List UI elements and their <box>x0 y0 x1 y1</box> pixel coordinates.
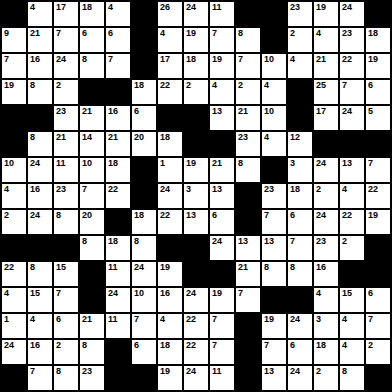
cell-r11c5[interactable]: 10 <box>132 288 156 312</box>
cell-number: 7 <box>264 340 269 351</box>
cell-r0c4[interactable]: 4 <box>106 2 130 26</box>
cell-number: 23 <box>290 2 300 13</box>
cell-r11c8[interactable]: 19 <box>210 288 234 312</box>
cell-number: 6 <box>368 80 373 91</box>
cell-number: 25 <box>316 80 326 91</box>
cell-number: 20 <box>82 210 92 221</box>
cell-r3c13[interactable]: 7 <box>340 80 364 104</box>
cell-number: 7 <box>212 340 217 351</box>
cell-r8c14[interactable]: 19 <box>366 210 390 234</box>
cell-r12c2[interactable]: 6 <box>54 314 78 338</box>
cell-r6c0[interactable]: 10 <box>2 158 26 182</box>
cell-number: 24 <box>108 288 118 299</box>
cell-r6c7[interactable]: 19 <box>184 158 208 182</box>
cell-r9c8[interactable]: 24 <box>210 236 234 260</box>
cell-number: 16 <box>30 54 40 65</box>
cell-r7c14[interactable]: 22 <box>366 184 390 208</box>
cell-r0c1[interactable]: 4 <box>28 2 52 26</box>
cell-r2c14[interactable]: 19 <box>366 54 390 78</box>
cell-number: 18 <box>134 210 144 221</box>
cell-r14c11[interactable]: 24 <box>288 366 312 390</box>
cell-r14c10[interactable]: 13 <box>262 366 286 390</box>
cell-r0c3[interactable]: 18 <box>80 2 104 26</box>
cell-r5c9[interactable]: 23 <box>236 132 260 156</box>
block-cell-r13c9 <box>236 340 260 364</box>
cell-r12c4[interactable]: 11 <box>106 314 130 338</box>
cell-number: 6 <box>368 288 373 299</box>
block-cell-r10c13 <box>340 262 364 286</box>
cell-number: 7 <box>368 314 373 325</box>
cell-r12c3[interactable]: 21 <box>80 314 104 338</box>
cell-r12c13[interactable]: 4 <box>340 314 364 338</box>
cell-number: 4 <box>342 340 347 351</box>
cell-r3c14[interactable]: 6 <box>366 80 390 104</box>
cell-r11c13[interactable]: 15 <box>340 288 364 312</box>
cell-r11c1[interactable]: 15 <box>28 288 52 312</box>
cell-number: 8 <box>82 340 87 351</box>
cell-number: 8 <box>56 210 61 221</box>
cell-r1c9[interactable]: 8 <box>236 28 260 52</box>
cell-r12c5[interactable]: 7 <box>132 314 156 338</box>
cell-number: 13 <box>264 366 274 377</box>
cell-number: 23 <box>82 366 92 377</box>
cell-r2c7[interactable]: 18 <box>184 54 208 78</box>
cell-number: 7 <box>212 28 217 39</box>
cell-r13c13[interactable]: 4 <box>340 340 364 364</box>
cell-number: 2 <box>56 340 61 351</box>
cell-r3c6[interactable]: 22 <box>158 80 182 104</box>
block-cell-r10c8 <box>210 262 234 286</box>
cell-r10c10[interactable]: 8 <box>262 262 286 286</box>
cell-number: 22 <box>342 210 352 221</box>
cell-number: 4 <box>342 184 347 195</box>
cell-number: 21 <box>30 28 40 39</box>
cell-number: 24 <box>160 184 170 195</box>
cell-r0c7[interactable]: 24 <box>184 2 208 26</box>
cell-number: 7 <box>264 210 269 221</box>
cell-r4c13[interactable]: 24 <box>340 106 364 130</box>
cell-r6c3[interactable]: 10 <box>80 158 104 182</box>
cell-number: 3 <box>186 184 191 195</box>
cell-number: 7 <box>342 80 347 91</box>
cell-r10c11[interactable]: 8 <box>288 262 312 286</box>
cell-r14c13[interactable]: 8 <box>340 366 364 390</box>
cell-r1c2[interactable]: 7 <box>54 28 78 52</box>
cell-number: 7 <box>108 54 113 65</box>
cell-number: 4 <box>160 28 165 39</box>
cell-r14c6[interactable]: 19 <box>158 366 182 390</box>
cell-number: 23 <box>342 28 352 39</box>
cell-number: 13 <box>342 158 352 169</box>
cell-r9c11[interactable]: 7 <box>288 236 312 260</box>
cell-number: 12 <box>290 132 300 143</box>
cell-r8c1[interactable]: 24 <box>28 210 52 234</box>
cell-number: 8 <box>264 262 269 273</box>
cell-r2c2[interactable]: 24 <box>54 54 78 78</box>
cell-r10c0[interactable]: 22 <box>2 262 26 286</box>
cell-r2c1[interactable]: 16 <box>28 54 52 78</box>
cell-number: 24 <box>134 262 144 273</box>
cell-r3c10[interactable]: 4 <box>262 80 286 104</box>
cell-number: 15 <box>342 288 352 299</box>
cell-r1c8[interactable]: 7 <box>210 28 234 52</box>
cell-number: 2 <box>56 80 61 91</box>
cell-number: 19 <box>186 28 196 39</box>
cell-number: 19 <box>4 80 14 91</box>
cell-number: 4 <box>30 314 35 325</box>
cell-number: 4 <box>4 288 9 299</box>
block-cell-r7c5 <box>132 184 156 208</box>
cell-r8c10[interactable]: 7 <box>262 210 286 234</box>
cell-r1c7[interactable]: 19 <box>184 28 208 52</box>
cell-r13c0[interactable]: 24 <box>2 340 26 364</box>
cell-number: 7 <box>290 236 295 247</box>
cell-number: 26 <box>160 2 170 13</box>
cell-r12c7[interactable]: 22 <box>184 314 208 338</box>
cell-r12c1[interactable]: 4 <box>28 314 52 338</box>
block-cell-r9c1 <box>28 236 52 260</box>
cell-r2c13[interactable]: 22 <box>340 54 364 78</box>
cell-number: 8 <box>342 366 347 377</box>
cell-number: 2 <box>186 80 191 91</box>
cell-r2c9[interactable]: 7 <box>236 54 260 78</box>
cell-r5c3[interactable]: 14 <box>80 132 104 156</box>
cell-r5c6[interactable]: 18 <box>158 132 182 156</box>
block-cell-r11c11 <box>288 288 312 312</box>
cell-r10c2[interactable]: 15 <box>54 262 78 286</box>
block-cell-r5c8 <box>210 132 234 156</box>
cell-number: 16 <box>30 184 40 195</box>
cell-r13c10[interactable]: 7 <box>262 340 286 364</box>
cell-number: 6 <box>212 210 217 221</box>
cell-number: 8 <box>238 158 243 169</box>
cell-number: 18 <box>290 184 300 195</box>
cell-number: 19 <box>160 366 170 377</box>
cell-number: 23 <box>56 106 66 117</box>
cell-r2c10[interactable]: 10 <box>262 54 286 78</box>
cell-r0c8[interactable]: 11 <box>210 2 234 26</box>
cell-number: 7 <box>134 314 139 325</box>
block-cell-r5c0 <box>2 132 26 156</box>
cell-r7c8[interactable]: 13 <box>210 184 234 208</box>
cell-r3c1[interactable]: 8 <box>28 80 52 104</box>
cell-r4c5[interactable]: 6 <box>132 106 156 130</box>
cell-r7c0[interactable]: 4 <box>2 184 26 208</box>
cell-r2c8[interactable]: 19 <box>210 54 234 78</box>
block-cell-r11c10 <box>262 288 286 312</box>
cell-r7c11[interactable]: 18 <box>288 184 312 208</box>
cell-number: 7 <box>238 288 243 299</box>
cell-r2c6[interactable]: 17 <box>158 54 182 78</box>
cell-r8c11[interactable]: 6 <box>288 210 312 234</box>
cell-r3c8[interactable]: 4 <box>210 80 234 104</box>
cell-r10c5[interactable]: 24 <box>132 262 156 286</box>
cell-r1c1[interactable]: 21 <box>28 28 52 52</box>
block-cell-r1c5 <box>132 28 156 52</box>
cell-number: 17 <box>160 54 170 65</box>
cell-r4c10[interactable]: 10 <box>262 106 286 130</box>
codeword-board: 4171842624112319249217664197824231871624… <box>0 0 392 392</box>
cell-number: 8 <box>30 80 35 91</box>
cell-r13c5[interactable]: 6 <box>132 340 156 364</box>
cell-number: 18 <box>108 236 118 247</box>
cell-r6c12[interactable]: 24 <box>314 158 338 182</box>
block-cell-r1c10 <box>262 28 286 52</box>
cell-r4c8[interactable]: 13 <box>210 106 234 130</box>
cell-r2c12[interactable]: 21 <box>314 54 338 78</box>
cell-r8c3[interactable]: 20 <box>80 210 104 234</box>
cell-r9c13[interactable]: 2 <box>340 236 364 260</box>
cell-r10c9[interactable]: 21 <box>236 262 260 286</box>
cell-r5c1[interactable]: 8 <box>28 132 52 156</box>
cell-number: 16 <box>316 262 326 273</box>
cell-number: 23 <box>238 132 248 143</box>
cell-r1c14[interactable]: 18 <box>366 28 390 52</box>
cell-number: 8 <box>290 262 295 273</box>
cell-r5c4[interactable]: 21 <box>106 132 130 156</box>
cell-r4c3[interactable]: 21 <box>80 106 104 130</box>
cell-r4c4[interactable]: 16 <box>106 106 130 130</box>
cell-r1c13[interactable]: 23 <box>340 28 364 52</box>
cell-r11c12[interactable]: 4 <box>314 288 338 312</box>
cell-number: 2 <box>368 340 373 351</box>
cell-number: 14 <box>82 132 92 143</box>
cell-r13c7[interactable]: 22 <box>184 340 208 364</box>
cell-r5c11[interactable]: 12 <box>288 132 312 156</box>
cell-r13c2[interactable]: 2 <box>54 340 78 364</box>
cell-number: 2 <box>342 236 347 247</box>
cell-r14c7[interactable]: 24 <box>184 366 208 390</box>
cell-r7c6[interactable]: 24 <box>158 184 182 208</box>
cell-r6c1[interactable]: 24 <box>28 158 52 182</box>
cell-r6c11[interactable]: 3 <box>288 158 312 182</box>
block-cell-r4c0 <box>2 106 26 130</box>
cell-r6c9[interactable]: 8 <box>236 158 260 182</box>
cell-number: 24 <box>186 2 196 13</box>
cell-r1c3[interactable]: 6 <box>80 28 104 52</box>
cell-number: 22 <box>186 314 196 325</box>
cell-r8c8[interactable]: 6 <box>210 210 234 234</box>
cell-number: 8 <box>238 28 243 39</box>
cell-r7c4[interactable]: 22 <box>106 184 130 208</box>
cell-number: 11 <box>56 158 66 169</box>
cell-r2c0[interactable]: 7 <box>2 54 26 78</box>
cell-r13c1[interactable]: 16 <box>28 340 52 364</box>
block-cell-r3c3 <box>80 80 104 104</box>
cell-r9c12[interactable]: 23 <box>314 236 338 260</box>
cell-r1c0[interactable]: 9 <box>2 28 26 52</box>
cell-r14c2[interactable]: 8 <box>54 366 78 390</box>
cell-r11c7[interactable]: 24 <box>184 288 208 312</box>
cell-r13c12[interactable]: 18 <box>314 340 338 364</box>
cell-r2c3[interactable]: 8 <box>80 54 104 78</box>
cell-r12c8[interactable]: 7 <box>210 314 234 338</box>
cell-r9c3[interactable]: 8 <box>80 236 104 260</box>
cell-r8c12[interactable]: 24 <box>314 210 338 234</box>
cell-number: 15 <box>56 262 66 273</box>
cell-r8c5[interactable]: 18 <box>132 210 156 234</box>
cell-r1c6[interactable]: 4 <box>158 28 182 52</box>
cell-number: 22 <box>160 80 170 91</box>
cell-r2c4[interactable]: 7 <box>106 54 130 78</box>
block-cell-r13c4 <box>106 340 130 364</box>
cell-r1c11[interactable]: 2 <box>288 28 312 52</box>
cell-r14c12[interactable]: 2 <box>314 366 338 390</box>
cell-number: 6 <box>108 28 113 39</box>
cell-number: 24 <box>56 54 66 65</box>
cell-r8c7[interactable]: 13 <box>184 210 208 234</box>
block-cell-r14c5 <box>132 366 156 390</box>
cell-r4c12[interactable]: 17 <box>314 106 338 130</box>
cell-r7c13[interactable]: 4 <box>340 184 364 208</box>
cell-r7c1[interactable]: 16 <box>28 184 52 208</box>
cell-r12c10[interactable]: 19 <box>262 314 286 338</box>
cell-number: 22 <box>368 184 378 195</box>
cell-r10c6[interactable]: 19 <box>158 262 182 286</box>
cell-r6c8[interactable]: 21 <box>210 158 234 182</box>
cell-r7c2[interactable]: 23 <box>54 184 78 208</box>
cell-r13c11[interactable]: 6 <box>288 340 312 364</box>
cell-r12c11[interactable]: 24 <box>288 314 312 338</box>
cell-r6c13[interactable]: 13 <box>340 158 364 182</box>
cell-number: 2 <box>316 366 321 377</box>
block-cell-r10c14 <box>366 262 390 286</box>
cell-r13c14[interactable]: 2 <box>366 340 390 364</box>
cell-r11c14[interactable]: 6 <box>366 288 390 312</box>
cell-r5c5[interactable]: 20 <box>132 132 156 156</box>
cell-r14c3[interactable]: 23 <box>80 366 104 390</box>
cell-r9c9[interactable]: 13 <box>236 236 260 260</box>
cell-r5c2[interactable]: 21 <box>54 132 78 156</box>
cell-number: 24 <box>4 340 14 351</box>
block-cell-r5c13 <box>340 132 364 156</box>
cell-r3c7[interactable]: 2 <box>184 80 208 104</box>
cell-number: 19 <box>368 210 378 221</box>
cell-r14c1[interactable]: 7 <box>28 366 52 390</box>
cell-r6c6[interactable]: 1 <box>158 158 182 182</box>
cell-r8c13[interactable]: 22 <box>340 210 364 234</box>
block-cell-r9c0 <box>2 236 26 260</box>
cell-r10c1[interactable]: 8 <box>28 262 52 286</box>
cell-r7c10[interactable]: 23 <box>262 184 286 208</box>
cell-r1c4[interactable]: 6 <box>106 28 130 52</box>
cell-number: 18 <box>160 132 170 143</box>
cell-r13c8[interactable]: 7 <box>210 340 234 364</box>
cell-number: 19 <box>368 54 378 65</box>
cell-r6c4[interactable]: 18 <box>106 158 130 182</box>
block-cell-r5c7 <box>184 132 208 156</box>
cell-number: 21 <box>238 106 248 117</box>
cell-number: 4 <box>264 132 269 143</box>
cell-number: 21 <box>82 314 92 325</box>
cell-r14c8[interactable]: 11 <box>210 366 234 390</box>
cell-r3c5[interactable]: 18 <box>132 80 156 104</box>
cell-number: 6 <box>134 340 139 351</box>
cell-r0c13[interactable]: 24 <box>340 2 364 26</box>
cell-r3c9[interactable]: 2 <box>236 80 260 104</box>
cell-r1c12[interactable]: 4 <box>314 28 338 52</box>
cell-number: 18 <box>160 340 170 351</box>
cell-number: 4 <box>30 2 35 13</box>
cell-r0c12[interactable]: 19 <box>314 2 338 26</box>
cell-r4c2[interactable]: 23 <box>54 106 78 130</box>
cell-r0c2[interactable]: 17 <box>54 2 78 26</box>
cell-r13c6[interactable]: 18 <box>158 340 182 364</box>
cell-r13c3[interactable]: 8 <box>80 340 104 364</box>
cell-number: 24 <box>186 366 196 377</box>
cell-number: 23 <box>264 184 274 195</box>
cell-number: 8 <box>134 236 139 247</box>
cell-number: 21 <box>82 106 92 117</box>
cell-r9c4[interactable]: 18 <box>106 236 130 260</box>
cell-r9c5[interactable]: 8 <box>132 236 156 260</box>
cell-r11c2[interactable]: 7 <box>54 288 78 312</box>
cell-r3c2[interactable]: 2 <box>54 80 78 104</box>
cell-r4c9[interactable]: 21 <box>236 106 260 130</box>
block-cell-r0c10 <box>262 2 286 26</box>
cell-number: 13 <box>212 184 222 195</box>
cell-r0c6[interactable]: 26 <box>158 2 182 26</box>
cell-r3c12[interactable]: 25 <box>314 80 338 104</box>
cell-number: 9 <box>4 28 9 39</box>
cell-r11c6[interactable]: 16 <box>158 288 182 312</box>
cell-r2c11[interactable]: 4 <box>288 54 312 78</box>
cell-r7c12[interactable]: 2 <box>314 184 338 208</box>
cell-r7c3[interactable]: 7 <box>80 184 104 208</box>
cell-number: 10 <box>264 54 274 65</box>
cell-r8c0[interactable]: 2 <box>2 210 26 234</box>
cell-number: 19 <box>316 2 326 13</box>
cell-number: 19 <box>212 54 222 65</box>
cell-number: 4 <box>4 184 9 195</box>
cell-r11c9[interactable]: 7 <box>236 288 260 312</box>
cell-r10c12[interactable]: 16 <box>314 262 338 286</box>
cell-r12c6[interactable]: 4 <box>158 314 182 338</box>
cell-number: 7 <box>368 158 373 169</box>
cell-number: 19 <box>186 158 196 169</box>
cell-r11c4[interactable]: 24 <box>106 288 130 312</box>
cell-number: 21 <box>212 158 222 169</box>
cell-number: 2 <box>238 80 243 91</box>
cell-r8c6[interactable]: 22 <box>158 210 182 234</box>
cell-r4c14[interactable]: 5 <box>366 106 390 130</box>
cell-number: 7 <box>30 366 35 377</box>
cell-number: 13 <box>212 106 222 117</box>
cell-number: 4 <box>264 80 269 91</box>
cell-r5c10[interactable]: 4 <box>262 132 286 156</box>
cell-number: 4 <box>108 2 113 13</box>
cell-r11c0[interactable]: 4 <box>2 288 26 312</box>
cell-r3c0[interactable]: 19 <box>2 80 26 104</box>
cell-r12c14[interactable]: 7 <box>366 314 390 338</box>
cell-r10c4[interactable]: 11 <box>106 262 130 286</box>
cell-r6c14[interactable]: 7 <box>366 158 390 182</box>
cell-r9c10[interactable]: 13 <box>262 236 286 260</box>
cell-r7c7[interactable]: 3 <box>184 184 208 208</box>
cell-number: 10 <box>82 158 92 169</box>
cell-number: 7 <box>212 314 217 325</box>
cell-number: 7 <box>82 184 87 195</box>
cell-r12c12[interactable]: 3 <box>314 314 338 338</box>
cell-r12c0[interactable]: 1 <box>2 314 26 338</box>
cell-number: 22 <box>186 340 196 351</box>
cell-number: 22 <box>160 210 170 221</box>
cell-r6c2[interactable]: 11 <box>54 158 78 182</box>
cell-r0c11[interactable]: 23 <box>288 2 312 26</box>
cell-number: 16 <box>30 340 40 351</box>
cell-r8c2[interactable]: 8 <box>54 210 78 234</box>
cell-number: 6 <box>134 106 139 117</box>
